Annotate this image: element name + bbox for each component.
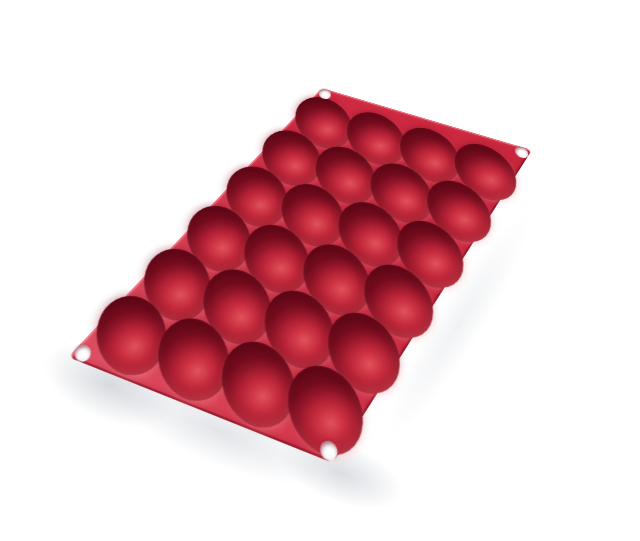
product-photo: [0, 0, 640, 541]
